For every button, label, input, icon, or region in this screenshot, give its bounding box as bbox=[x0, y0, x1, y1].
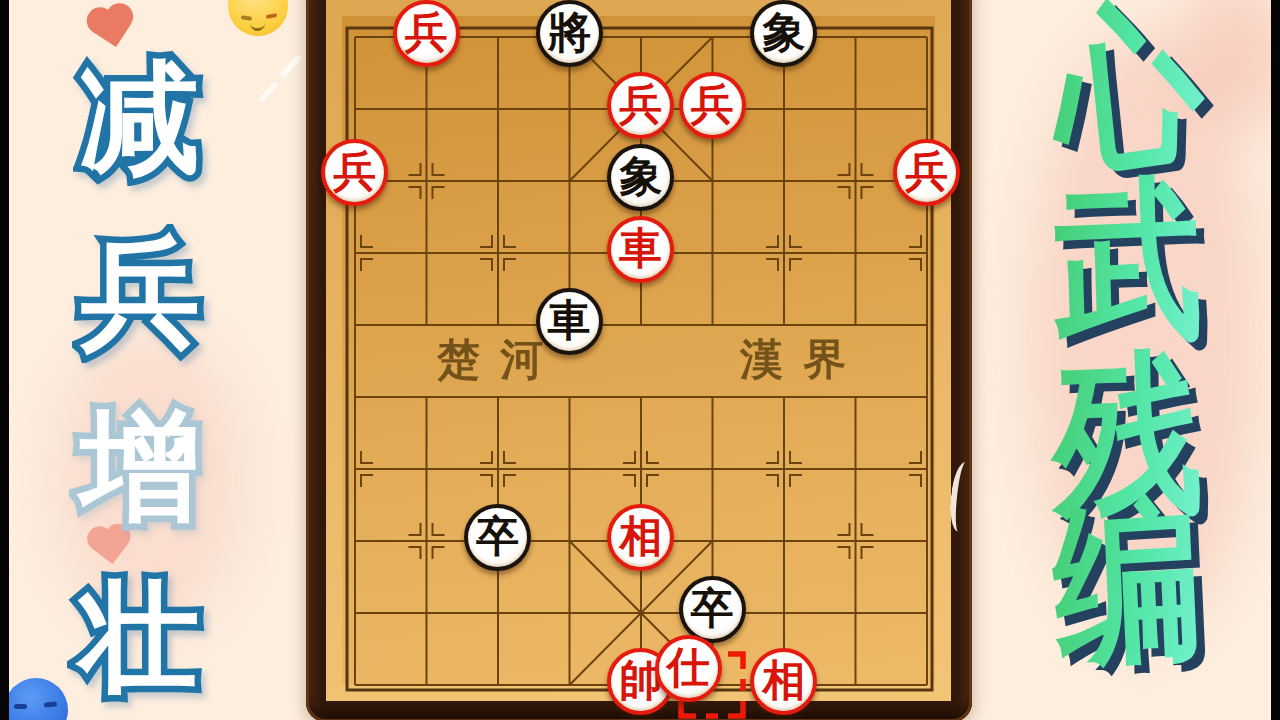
piece-grid: 兵將象兵兵兵象兵車車卒相卒帥仕相 bbox=[319, 1, 963, 720]
left-title-char: 兵兵 bbox=[60, 222, 220, 372]
app-stage: 减减兵兵增增壮壮 心心武武残残编编 楚河 漢界 兵將象兵兵兵象兵車車卒相卒帥仕相 bbox=[0, 0, 1280, 720]
right-title-char: 编编 bbox=[1034, 488, 1222, 688]
piece-red-兵[interactable]: 兵 bbox=[605, 69, 677, 141]
piece-black-象[interactable]: 象 bbox=[605, 141, 677, 213]
piece-red-兵[interactable]: 兵 bbox=[891, 136, 963, 208]
piece-red-兵[interactable]: 兵 bbox=[319, 136, 391, 208]
piece-red-相[interactable]: 相 bbox=[605, 501, 677, 573]
piece-red-兵[interactable]: 兵 bbox=[391, 0, 463, 69]
piece-red-相[interactable]: 相 bbox=[748, 645, 820, 717]
piece-black-將[interactable]: 將 bbox=[534, 0, 606, 69]
piece-red-兵[interactable]: 兵 bbox=[677, 69, 749, 141]
piece-black-卒[interactable]: 卒 bbox=[462, 501, 534, 573]
sparkle-streak-icon bbox=[279, 54, 302, 79]
left-title-char: 减减 bbox=[60, 47, 220, 197]
piece-red-仕[interactable]: 仕 bbox=[653, 632, 725, 704]
sparkle-streak-icon bbox=[259, 81, 279, 102]
sleepy-face-icon bbox=[4, 678, 68, 720]
piece-red-車[interactable]: 車 bbox=[605, 213, 677, 285]
left-title-char: 壮壮 bbox=[60, 567, 220, 717]
left-title-char: 增增 bbox=[60, 395, 220, 545]
piece-black-象[interactable]: 象 bbox=[748, 0, 820, 69]
sleepy-face-icon bbox=[228, 0, 288, 36]
letterbox-right bbox=[1271, 0, 1280, 720]
letterbox-left bbox=[0, 0, 9, 720]
piece-black-車[interactable]: 車 bbox=[534, 285, 606, 357]
